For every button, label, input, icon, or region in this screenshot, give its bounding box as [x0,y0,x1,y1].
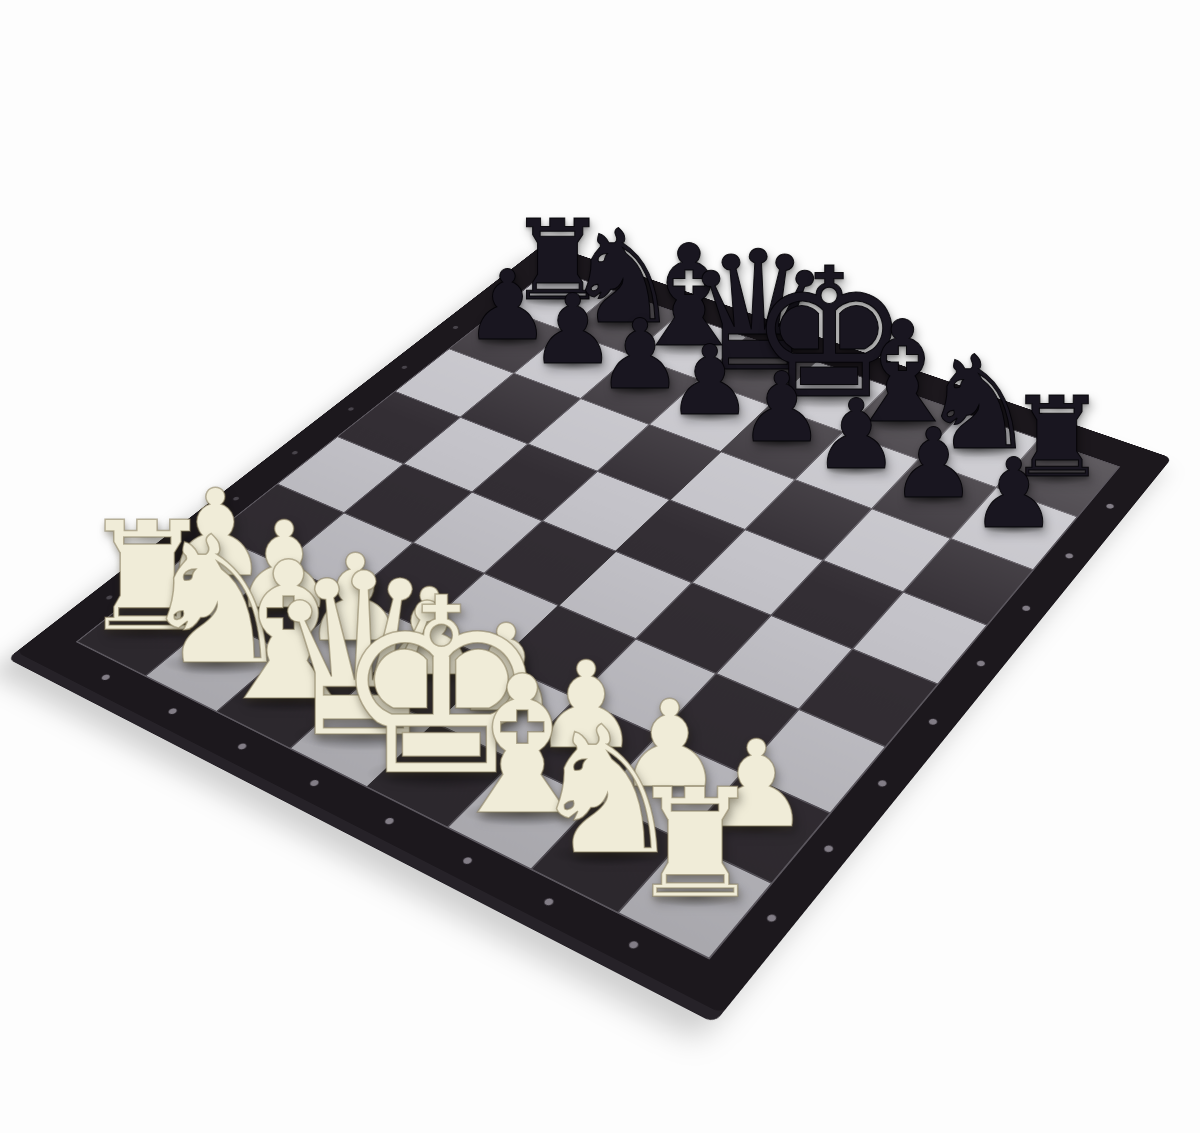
product-photo: ♜♞♝♛♚♝♞♜♟♟♟♟♟♟♟♟♟♟♟♟♟♟♟♟♜♞♝♛♚♝♞♜ [0,0,1200,1133]
board-grid [78,269,1118,957]
chess-board [16,243,1172,1014]
